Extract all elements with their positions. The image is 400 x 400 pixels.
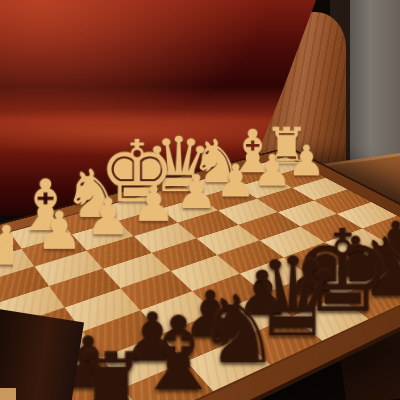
carpet-patch xyxy=(0,388,16,400)
table-leg xyxy=(0,309,84,400)
chess-photo-scene: ♜♝♞♚♛♞♝♜♟♟♟♟♟♟♟♟♟♟♟♟♟♟♟♟♜♝♞♛♚♞♝♜ xyxy=(0,0,400,400)
square-e5 xyxy=(217,240,284,273)
gray-curtain xyxy=(346,0,400,172)
